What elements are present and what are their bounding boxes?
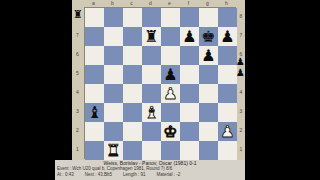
rank-label: 1 bbox=[72, 140, 83, 159]
square-d4[interactable] bbox=[142, 84, 161, 103]
white-pawn[interactable]: ♟ bbox=[218, 122, 237, 141]
square-g3[interactable] bbox=[199, 103, 218, 122]
game-info-panel: Weiss, Borislav - Panov, Oscar (1981) 0-… bbox=[55, 160, 245, 180]
file-label: a bbox=[84, 0, 103, 7]
black-bishop[interactable]: ♝ bbox=[85, 103, 104, 122]
square-c4[interactable] bbox=[123, 84, 142, 103]
square-d5[interactable] bbox=[142, 65, 161, 84]
status-length: Length : 91 bbox=[123, 172, 146, 178]
chess-board[interactable]: ♜♟♚♟♟♟♟♝♝♚♟♜ bbox=[84, 7, 236, 159]
square-d1[interactable] bbox=[142, 141, 161, 160]
square-b7[interactable] bbox=[104, 27, 123, 46]
file-label: d bbox=[141, 0, 160, 7]
black-king[interactable]: ♚ bbox=[199, 27, 218, 46]
rank-label: 3 bbox=[237, 102, 245, 121]
square-a6[interactable] bbox=[85, 46, 104, 65]
square-f5[interactable] bbox=[180, 65, 199, 84]
square-g1[interactable] bbox=[199, 141, 218, 160]
black-pawn[interactable]: ♟ bbox=[180, 27, 199, 46]
status-next: Next : 43.Bb5 bbox=[85, 172, 112, 178]
square-c3[interactable] bbox=[123, 103, 142, 122]
square-b3[interactable] bbox=[104, 103, 123, 122]
square-e7[interactable] bbox=[161, 27, 180, 46]
square-d7[interactable]: ♜ bbox=[142, 27, 161, 46]
square-e2[interactable]: ♚ bbox=[161, 122, 180, 141]
square-c2[interactable] bbox=[123, 122, 142, 141]
square-e3[interactable] bbox=[161, 103, 180, 122]
rank-label: 2 bbox=[72, 121, 83, 140]
square-c7[interactable] bbox=[123, 27, 142, 46]
rank-label: 2 bbox=[237, 121, 245, 140]
square-e4[interactable]: ♟ bbox=[161, 84, 180, 103]
square-h1[interactable] bbox=[218, 141, 237, 160]
square-f6[interactable] bbox=[180, 46, 199, 65]
rank-label: 7 bbox=[72, 26, 83, 45]
square-e5[interactable]: ♟ bbox=[161, 65, 180, 84]
square-c1[interactable] bbox=[123, 141, 142, 160]
rank-label: 7 bbox=[237, 26, 245, 45]
board-frame: abcdefgh abcdefgh 87654321 87654321 ♜♟♚♟… bbox=[72, 0, 245, 165]
white-king[interactable]: ♚ bbox=[161, 122, 180, 141]
square-e1[interactable] bbox=[161, 141, 180, 160]
black-pawn[interactable]: ♟ bbox=[161, 65, 180, 84]
square-e6[interactable] bbox=[161, 46, 180, 65]
square-h2[interactable]: ♟ bbox=[218, 122, 237, 141]
rank-labels-right: 87654321 bbox=[237, 7, 245, 159]
rank-labels-left: 87654321 bbox=[72, 7, 83, 159]
square-c5[interactable] bbox=[123, 65, 142, 84]
square-d3[interactable]: ♝ bbox=[142, 103, 161, 122]
file-label: h bbox=[217, 0, 236, 7]
file-label: f bbox=[179, 0, 198, 7]
square-h5[interactable] bbox=[218, 65, 237, 84]
square-c6[interactable] bbox=[123, 46, 142, 65]
black-pawn-icon: ♟ bbox=[236, 56, 245, 67]
square-f3[interactable] bbox=[180, 103, 199, 122]
square-d8[interactable] bbox=[142, 8, 161, 27]
video-frame: abcdefgh abcdefgh 87654321 87654321 ♜♟♚♟… bbox=[0, 0, 320, 180]
white-bishop[interactable]: ♝ bbox=[142, 103, 161, 122]
square-a1[interactable] bbox=[85, 141, 104, 160]
rank-label: 4 bbox=[237, 83, 245, 102]
square-e8[interactable] bbox=[161, 8, 180, 27]
black-pawn[interactable]: ♟ bbox=[218, 27, 237, 46]
square-f7[interactable]: ♟ bbox=[180, 27, 199, 46]
square-g7[interactable]: ♚ bbox=[199, 27, 218, 46]
black-pawn[interactable]: ♟ bbox=[199, 46, 218, 65]
file-label: c bbox=[122, 0, 141, 7]
white-pawn[interactable]: ♟ bbox=[161, 84, 180, 103]
square-f4[interactable] bbox=[180, 84, 199, 103]
black-pawn-icon: ♟ bbox=[236, 67, 245, 78]
rank-label: 1 bbox=[237, 140, 245, 159]
square-g2[interactable] bbox=[199, 122, 218, 141]
material-diff-pawn-icons: ♟ ♟ bbox=[236, 56, 245, 78]
square-b2[interactable] bbox=[104, 122, 123, 141]
status-material: Material : -2 bbox=[157, 172, 181, 178]
square-g6[interactable]: ♟ bbox=[199, 46, 218, 65]
white-rook[interactable]: ♜ bbox=[104, 141, 123, 160]
square-h8[interactable] bbox=[218, 8, 237, 27]
square-g8[interactable] bbox=[199, 8, 218, 27]
square-h6[interactable] bbox=[218, 46, 237, 65]
square-h7[interactable]: ♟ bbox=[218, 27, 237, 46]
side-to-move-black-rook-icon: ♜ bbox=[73, 9, 83, 21]
square-b6[interactable] bbox=[104, 46, 123, 65]
square-a7[interactable] bbox=[85, 27, 104, 46]
square-b1[interactable]: ♜ bbox=[104, 141, 123, 160]
file-label: b bbox=[103, 0, 122, 7]
square-c8[interactable] bbox=[123, 8, 142, 27]
square-b5[interactable] bbox=[104, 65, 123, 84]
square-f1[interactable] bbox=[180, 141, 199, 160]
black-rook[interactable]: ♜ bbox=[142, 27, 161, 46]
rank-label: 5 bbox=[72, 64, 83, 83]
square-a3[interactable]: ♝ bbox=[85, 103, 104, 122]
status-at: At : 0:43 bbox=[57, 172, 74, 178]
square-d6[interactable] bbox=[142, 46, 161, 65]
rank-label: 4 bbox=[72, 83, 83, 102]
file-label: e bbox=[160, 0, 179, 7]
rank-label: 3 bbox=[72, 102, 83, 121]
square-b4[interactable] bbox=[104, 84, 123, 103]
square-g4[interactable] bbox=[199, 84, 218, 103]
square-d2[interactable] bbox=[142, 122, 161, 141]
rank-label: 6 bbox=[72, 45, 83, 64]
square-a5[interactable] bbox=[85, 65, 104, 84]
square-a8[interactable] bbox=[85, 8, 104, 27]
square-f8[interactable] bbox=[180, 8, 199, 27]
square-a2[interactable] bbox=[85, 122, 104, 141]
square-h3[interactable] bbox=[218, 103, 237, 122]
rank-label: 8 bbox=[237, 7, 245, 26]
file-label: g bbox=[198, 0, 217, 7]
status-line: At : 0:43 Next : 43.Bb5 Length : 91 Mate… bbox=[55, 172, 245, 178]
square-g5[interactable] bbox=[199, 65, 218, 84]
square-b8[interactable] bbox=[104, 8, 123, 27]
square-h4[interactable] bbox=[218, 84, 237, 103]
square-f2[interactable] bbox=[180, 122, 199, 141]
square-a4[interactable] bbox=[85, 84, 104, 103]
file-labels-top: abcdefgh bbox=[84, 0, 236, 7]
